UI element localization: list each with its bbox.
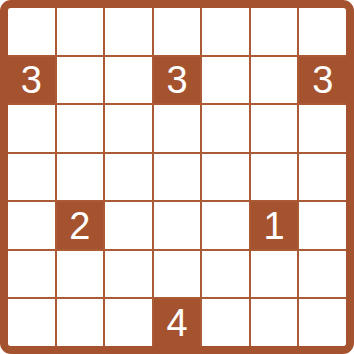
empty-cell-r3c7[interactable] [299, 105, 346, 152]
empty-cell-r4c7[interactable] [299, 154, 346, 201]
empty-cell-r3c6[interactable] [251, 105, 298, 152]
empty-cell-r1c3[interactable] [105, 8, 152, 55]
empty-cell-r6c5[interactable] [202, 251, 249, 298]
empty-cell-r4c6[interactable] [251, 154, 298, 201]
empty-cell-r6c1[interactable] [8, 251, 55, 298]
empty-cell-r7c2[interactable] [57, 299, 104, 346]
clue-cell-r5c6: 1 [251, 202, 298, 249]
clue-cell-r2c1: 3 [8, 57, 55, 104]
empty-cell-r3c2[interactable] [57, 105, 104, 152]
empty-cell-r2c3[interactable] [105, 57, 152, 104]
empty-cell-r7c3[interactable] [105, 299, 152, 346]
clue-cell-r7c4: 4 [154, 299, 201, 346]
minesweeper-board: 333214 [0, 0, 354, 354]
empty-cell-r1c5[interactable] [202, 8, 249, 55]
empty-cell-r2c5[interactable] [202, 57, 249, 104]
empty-cell-r4c2[interactable] [57, 154, 104, 201]
empty-cell-r4c5[interactable] [202, 154, 249, 201]
empty-cell-r5c7[interactable] [299, 202, 346, 249]
empty-cell-r5c4[interactable] [154, 202, 201, 249]
clue-cell-r5c2: 2 [57, 202, 104, 249]
empty-cell-r4c1[interactable] [8, 154, 55, 201]
empty-cell-r7c1[interactable] [8, 299, 55, 346]
empty-cell-r3c1[interactable] [8, 105, 55, 152]
empty-cell-r5c1[interactable] [8, 202, 55, 249]
empty-cell-r2c6[interactable] [251, 57, 298, 104]
empty-cell-r5c5[interactable] [202, 202, 249, 249]
empty-cell-r3c3[interactable] [105, 105, 152, 152]
empty-cell-r6c2[interactable] [57, 251, 104, 298]
empty-cell-r3c4[interactable] [154, 105, 201, 152]
empty-cell-r4c4[interactable] [154, 154, 201, 201]
empty-cell-r7c5[interactable] [202, 299, 249, 346]
empty-cell-r6c3[interactable] [105, 251, 152, 298]
clue-cell-r2c7: 3 [299, 57, 346, 104]
empty-cell-r1c7[interactable] [299, 8, 346, 55]
empty-cell-r6c6[interactable] [251, 251, 298, 298]
empty-cell-r7c7[interactable] [299, 299, 346, 346]
empty-cell-r4c3[interactable] [105, 154, 152, 201]
clue-cell-r2c4: 3 [154, 57, 201, 104]
empty-cell-r6c4[interactable] [154, 251, 201, 298]
empty-cell-r1c2[interactable] [57, 8, 104, 55]
empty-cell-r5c3[interactable] [105, 202, 152, 249]
empty-cell-r1c4[interactable] [154, 8, 201, 55]
empty-cell-r3c5[interactable] [202, 105, 249, 152]
empty-cell-r7c6[interactable] [251, 299, 298, 346]
empty-cell-r1c6[interactable] [251, 8, 298, 55]
puzzle-grid: 333214 [8, 8, 346, 346]
empty-cell-r6c7[interactable] [299, 251, 346, 298]
empty-cell-r1c1[interactable] [8, 8, 55, 55]
empty-cell-r2c2[interactable] [57, 57, 104, 104]
